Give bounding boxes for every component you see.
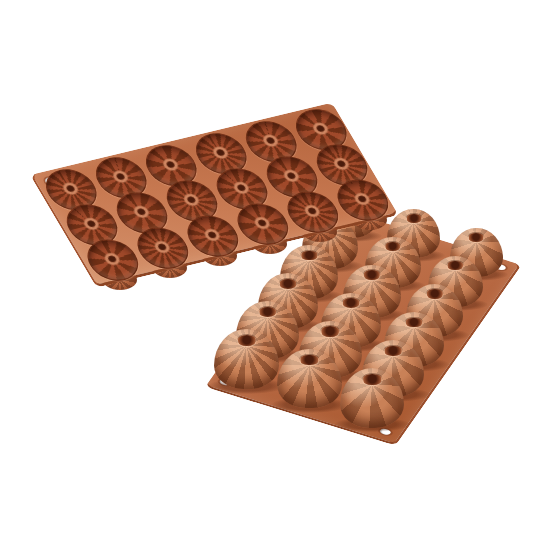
product-photo-stage [0,0,560,560]
upper-left-mold [0,0,560,560]
